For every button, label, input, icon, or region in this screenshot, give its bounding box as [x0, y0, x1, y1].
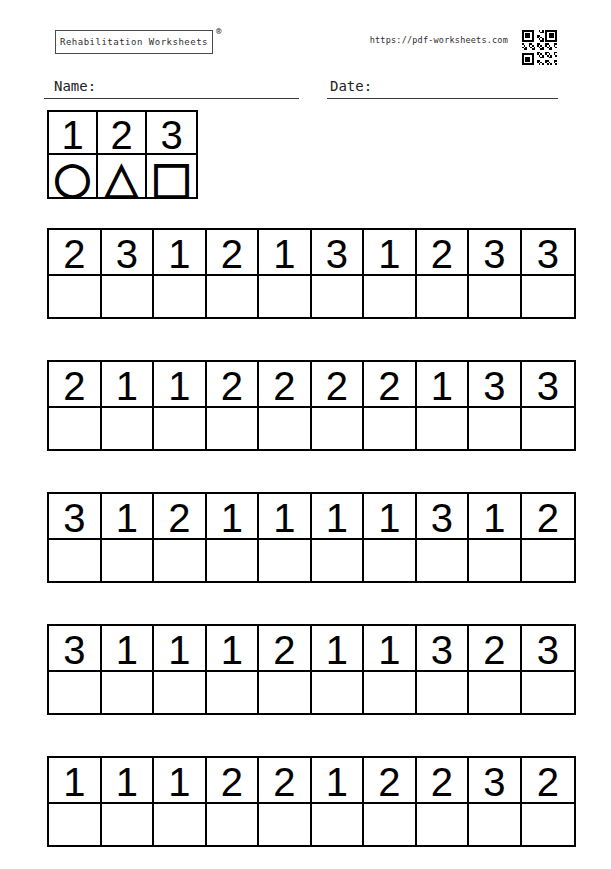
task-table: 2312131233 [47, 228, 576, 319]
code-number-cell: 3 [49, 626, 102, 672]
answer-cell[interactable] [207, 672, 260, 714]
key-number-cell: 2 [98, 112, 147, 155]
answer-cell[interactable] [49, 408, 102, 450]
square-icon: □ [151, 156, 193, 197]
answer-cell[interactable] [154, 408, 207, 450]
answer-cell[interactable] [364, 408, 417, 450]
code-number-cell: 3 [522, 230, 575, 276]
key-symbol-cell-square: □ [147, 155, 196, 197]
key-symbol-cell-triangle: △ [98, 155, 147, 197]
code-number-cell: 1 [207, 626, 260, 672]
answer-cell[interactable] [49, 672, 102, 714]
code-number-cell: 1 [102, 626, 155, 672]
task-table: 3111211323 [47, 624, 576, 715]
logo-box: Rehabilitation Worksheets [55, 30, 213, 54]
answer-cell[interactable] [259, 276, 312, 318]
answer-cell[interactable] [49, 804, 102, 846]
answer-cell[interactable] [154, 276, 207, 318]
answer-cell[interactable] [522, 804, 575, 846]
code-number-cell: 3 [49, 494, 102, 540]
answer-cell[interactable] [259, 672, 312, 714]
answer-cell[interactable] [259, 408, 312, 450]
code-number-cell: 1 [102, 494, 155, 540]
code-number-cell: 3 [469, 362, 522, 408]
code-number-cell: 1 [312, 626, 365, 672]
answer-cell[interactable] [522, 672, 575, 714]
key-number-cell: 1 [49, 112, 98, 155]
answer-cell[interactable] [259, 540, 312, 582]
code-number-cell: 1 [259, 230, 312, 276]
task-tables: 2312131233211222213331211113123111211323… [47, 228, 576, 869]
code-number-cell: 1 [49, 758, 102, 804]
triangle-icon: △ [105, 156, 139, 197]
answer-cell[interactable] [102, 540, 155, 582]
key-symbol-cell-circle: ○ [49, 155, 98, 197]
code-number-cell: 1 [207, 494, 260, 540]
answer-cell[interactable] [207, 408, 260, 450]
code-number-cell: 1 [154, 758, 207, 804]
code-number-cell: 2 [259, 758, 312, 804]
code-number-cell: 2 [259, 362, 312, 408]
task-table: 2112222133 [47, 360, 576, 451]
code-number-cell: 2 [417, 758, 470, 804]
date-label: Date: [330, 78, 372, 94]
answer-cell[interactable] [469, 804, 522, 846]
task-table: 3121111312 [47, 492, 576, 583]
answer-cell[interactable] [417, 540, 470, 582]
answer-cell[interactable] [417, 672, 470, 714]
answer-cell[interactable] [49, 276, 102, 318]
key-table: 1 2 3 ○ △ □ [47, 110, 198, 199]
answer-cell[interactable] [469, 672, 522, 714]
answer-cell[interactable] [469, 408, 522, 450]
answer-cell[interactable] [364, 672, 417, 714]
answer-cell[interactable] [469, 276, 522, 318]
answer-cell[interactable] [417, 804, 470, 846]
answer-cell[interactable] [469, 540, 522, 582]
code-number-cell: 2 [417, 230, 470, 276]
code-number-cell: 2 [522, 758, 575, 804]
code-number-cell: 2 [207, 362, 260, 408]
code-number-cell: 1 [364, 494, 417, 540]
code-number-cell: 1 [154, 230, 207, 276]
answer-cell[interactable] [364, 276, 417, 318]
name-label: Name: [54, 78, 96, 94]
answer-cell[interactable] [259, 804, 312, 846]
qr-code-icon [522, 30, 557, 65]
answer-cell[interactable] [522, 276, 575, 318]
answer-cell[interactable] [364, 804, 417, 846]
answer-cell[interactable] [417, 408, 470, 450]
code-number-cell: 2 [154, 494, 207, 540]
code-number-cell: 1 [154, 362, 207, 408]
key-number-cell: 3 [147, 112, 196, 155]
code-number-cell: 2 [49, 230, 102, 276]
answer-cell[interactable] [522, 540, 575, 582]
answer-cell[interactable] [102, 276, 155, 318]
code-number-cell: 1 [364, 626, 417, 672]
answer-cell[interactable] [312, 540, 365, 582]
code-number-cell: 1 [102, 362, 155, 408]
code-number-cell: 1 [312, 758, 365, 804]
code-number-cell: 2 [312, 362, 365, 408]
answer-cell[interactable] [207, 540, 260, 582]
code-number-cell: 3 [469, 230, 522, 276]
answer-cell[interactable] [154, 540, 207, 582]
code-number-cell: 1 [417, 362, 470, 408]
code-number-cell: 3 [417, 494, 470, 540]
date-field-line[interactable]: Date: [327, 76, 558, 99]
code-number-cell: 2 [207, 230, 260, 276]
code-number-cell: 3 [469, 758, 522, 804]
code-number-cell: 1 [102, 758, 155, 804]
code-number-cell: 1 [154, 626, 207, 672]
answer-cell[interactable] [207, 804, 260, 846]
code-number-cell: 3 [417, 626, 470, 672]
task-table: 1112212232 [47, 756, 576, 847]
answer-cell[interactable] [417, 276, 470, 318]
answer-cell[interactable] [102, 408, 155, 450]
answer-cell[interactable] [102, 672, 155, 714]
name-field-line[interactable]: Name: [44, 76, 299, 99]
answer-cell[interactable] [154, 804, 207, 846]
answer-cell[interactable] [102, 804, 155, 846]
worksheet-page: Rehabilitation Worksheets ® https://pdf-… [0, 0, 611, 869]
answer-cell[interactable] [49, 540, 102, 582]
logo-text: Rehabilitation Worksheets [60, 37, 208, 47]
code-number-cell: 1 [259, 494, 312, 540]
code-number-cell: 1 [312, 494, 365, 540]
site-url: https://pdf-worksheets.com [370, 35, 508, 45]
code-number-cell: 3 [522, 362, 575, 408]
answer-cell[interactable] [364, 540, 417, 582]
code-number-cell: 2 [207, 758, 260, 804]
answer-cell[interactable] [312, 276, 365, 318]
code-number-cell: 2 [259, 626, 312, 672]
code-number-cell: 2 [522, 494, 575, 540]
code-number-cell: 2 [469, 626, 522, 672]
code-number-cell: 1 [469, 494, 522, 540]
code-number-cell: 3 [312, 230, 365, 276]
code-number-cell: 1 [364, 230, 417, 276]
answer-cell[interactable] [207, 276, 260, 318]
answer-cell[interactable] [154, 672, 207, 714]
code-number-cell: 3 [102, 230, 155, 276]
circle-icon: ○ [53, 156, 91, 197]
answer-cell[interactable] [312, 672, 365, 714]
code-number-cell: 3 [522, 626, 575, 672]
code-number-cell: 2 [364, 362, 417, 408]
code-number-cell: 2 [49, 362, 102, 408]
answer-cell[interactable] [522, 408, 575, 450]
answer-cell[interactable] [312, 408, 365, 450]
registered-trademark-mark: ® [216, 26, 221, 36]
code-number-cell: 2 [364, 758, 417, 804]
answer-cell[interactable] [312, 804, 365, 846]
